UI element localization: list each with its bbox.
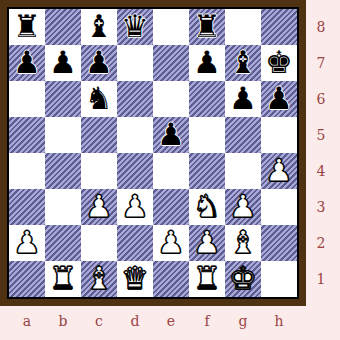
square-h6[interactable]: ♟	[261, 81, 297, 117]
square-b5[interactable]	[45, 117, 81, 153]
file-label-g: g	[225, 306, 261, 336]
piece-white-rook[interactable]: ♜	[193, 261, 221, 296]
square-c2[interactable]	[81, 225, 117, 261]
square-g3[interactable]: ♟	[225, 189, 261, 225]
square-f6[interactable]	[189, 81, 225, 117]
square-d4[interactable]	[117, 153, 153, 189]
rank-label-1: 1	[306, 261, 336, 297]
piece-white-king[interactable]: ♚	[229, 261, 257, 296]
rank-label-7: 7	[306, 45, 336, 81]
rank-label-2: 2	[306, 225, 336, 261]
piece-black-rook[interactable]: ♜	[13, 9, 41, 44]
piece-white-pawn[interactable]: ♟	[265, 153, 293, 188]
piece-black-pawn[interactable]: ♟	[85, 45, 113, 80]
file-label-d: d	[117, 306, 153, 336]
square-b2[interactable]	[45, 225, 81, 261]
square-h4[interactable]: ♟	[261, 153, 297, 189]
piece-black-pawn[interactable]: ♟	[49, 45, 77, 80]
square-f3[interactable]: ♞	[189, 189, 225, 225]
square-f5[interactable]	[189, 117, 225, 153]
square-g5[interactable]	[225, 117, 261, 153]
square-g6[interactable]: ♟	[225, 81, 261, 117]
square-g1[interactable]: ♚	[225, 261, 261, 297]
square-h3[interactable]	[261, 189, 297, 225]
square-a5[interactable]	[9, 117, 45, 153]
square-g7[interactable]: ♝	[225, 45, 261, 81]
square-c4[interactable]	[81, 153, 117, 189]
piece-black-knight[interactable]: ♞	[85, 81, 113, 116]
square-e3[interactable]	[153, 189, 189, 225]
rank-label-4: 4	[306, 153, 336, 189]
square-d8[interactable]: ♛	[117, 9, 153, 45]
piece-white-queen[interactable]: ♛	[121, 261, 149, 296]
square-f4[interactable]	[189, 153, 225, 189]
piece-black-pawn[interactable]: ♟	[157, 117, 185, 152]
square-e6[interactable]	[153, 81, 189, 117]
chess-app: ♜♝♛♜♟♟♟♟♝♚♞♟♟♟♟♟♟♞♟♟♟♟♝♜♝♛♜♚ abcdefgh 87…	[0, 0, 340, 340]
square-a2[interactable]: ♟	[9, 225, 45, 261]
piece-black-rook[interactable]: ♜	[193, 9, 221, 44]
square-d2[interactable]	[117, 225, 153, 261]
piece-black-pawn[interactable]: ♟	[229, 81, 257, 116]
file-label-f: f	[189, 306, 225, 336]
square-b3[interactable]	[45, 189, 81, 225]
board-frame: ♜♝♛♜♟♟♟♟♝♚♞♟♟♟♟♟♟♞♟♟♟♟♝♜♝♛♜♚	[0, 0, 306, 306]
square-d1[interactable]: ♛	[117, 261, 153, 297]
piece-white-bishop[interactable]: ♝	[229, 225, 257, 260]
piece-black-pawn[interactable]: ♟	[193, 45, 221, 80]
piece-white-bishop[interactable]: ♝	[85, 261, 113, 296]
piece-black-bishop[interactable]: ♝	[229, 45, 257, 80]
piece-black-pawn[interactable]: ♟	[13, 45, 41, 80]
piece-white-pawn[interactable]: ♟	[121, 189, 149, 224]
square-f2[interactable]: ♟	[189, 225, 225, 261]
square-a3[interactable]	[9, 189, 45, 225]
square-e5[interactable]: ♟	[153, 117, 189, 153]
rank-label-6: 6	[306, 81, 336, 117]
piece-white-pawn[interactable]: ♟	[13, 225, 41, 260]
square-h2[interactable]	[261, 225, 297, 261]
chess-board: ♜♝♛♜♟♟♟♟♝♚♞♟♟♟♟♟♟♞♟♟♟♟♝♜♝♛♜♚	[9, 9, 297, 297]
square-a4[interactable]	[9, 153, 45, 189]
square-c8[interactable]: ♝	[81, 9, 117, 45]
square-g8[interactable]	[225, 9, 261, 45]
square-c5[interactable]	[81, 117, 117, 153]
square-d3[interactable]: ♟	[117, 189, 153, 225]
file-labels: abcdefgh	[9, 306, 297, 336]
square-a7[interactable]: ♟	[9, 45, 45, 81]
piece-white-pawn[interactable]: ♟	[157, 225, 185, 260]
rank-labels: 87654321	[306, 9, 336, 297]
square-b1[interactable]: ♜	[45, 261, 81, 297]
rank-label-3: 3	[306, 189, 336, 225]
square-f1[interactable]: ♜	[189, 261, 225, 297]
piece-black-pawn[interactable]: ♟	[265, 81, 293, 116]
rank-label-5: 5	[306, 117, 336, 153]
square-e7[interactable]	[153, 45, 189, 81]
square-f7[interactable]: ♟	[189, 45, 225, 81]
square-e4[interactable]	[153, 153, 189, 189]
square-f8[interactable]: ♜	[189, 9, 225, 45]
square-c7[interactable]: ♟	[81, 45, 117, 81]
square-b7[interactable]: ♟	[45, 45, 81, 81]
square-h1[interactable]	[261, 261, 297, 297]
piece-white-pawn[interactable]: ♟	[229, 189, 257, 224]
square-g4[interactable]	[225, 153, 261, 189]
square-b6[interactable]	[45, 81, 81, 117]
square-g2[interactable]: ♝	[225, 225, 261, 261]
square-e2[interactable]: ♟	[153, 225, 189, 261]
file-label-c: c	[81, 306, 117, 336]
file-label-e: e	[153, 306, 189, 336]
piece-white-pawn[interactable]: ♟	[85, 189, 113, 224]
square-d6[interactable]	[117, 81, 153, 117]
square-a1[interactable]	[9, 261, 45, 297]
square-b8[interactable]	[45, 9, 81, 45]
square-c1[interactable]: ♝	[81, 261, 117, 297]
square-h8[interactable]	[261, 9, 297, 45]
piece-black-bishop[interactable]: ♝	[85, 9, 113, 44]
square-d5[interactable]	[117, 117, 153, 153]
file-label-b: b	[45, 306, 81, 336]
square-b4[interactable]	[45, 153, 81, 189]
piece-white-knight[interactable]: ♞	[193, 189, 221, 224]
square-c6[interactable]: ♞	[81, 81, 117, 117]
square-h7[interactable]: ♚	[261, 45, 297, 81]
square-d7[interactable]	[117, 45, 153, 81]
square-c3[interactable]: ♟	[81, 189, 117, 225]
file-label-a: a	[9, 306, 45, 336]
piece-black-king[interactable]: ♚	[265, 45, 293, 80]
piece-black-queen[interactable]: ♛	[121, 9, 149, 44]
file-label-h: h	[261, 306, 297, 336]
square-a6[interactable]	[9, 81, 45, 117]
square-e8[interactable]	[153, 9, 189, 45]
piece-white-rook[interactable]: ♜	[49, 261, 77, 296]
rank-label-8: 8	[306, 9, 336, 45]
piece-white-pawn[interactable]: ♟	[193, 225, 221, 260]
board-inner-border: ♜♝♛♜♟♟♟♟♝♚♞♟♟♟♟♟♟♞♟♟♟♟♝♜♝♛♜♚	[7, 7, 299, 299]
square-e1[interactable]	[153, 261, 189, 297]
square-h5[interactable]	[261, 117, 297, 153]
square-a8[interactable]: ♜	[9, 9, 45, 45]
